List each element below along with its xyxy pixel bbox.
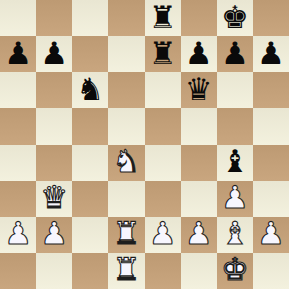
square-h7[interactable]: ♟	[253, 36, 289, 72]
square-f8[interactable]	[181, 0, 217, 36]
square-a8[interactable]	[0, 0, 36, 36]
square-c1[interactable]	[72, 253, 108, 289]
square-c6[interactable]: ♞	[72, 72, 108, 108]
chess-board: ♜♚♟♟♜♟♟♟♞♛♞♝♛♟♟♟♜♟♟♝♟♜♚	[0, 0, 289, 289]
black-rook-icon: ♜	[149, 2, 177, 33]
white-bishop-icon: ♝	[221, 218, 249, 249]
square-b3[interactable]: ♛	[36, 181, 72, 217]
square-g1[interactable]: ♚	[217, 253, 253, 289]
square-e1[interactable]	[145, 253, 181, 289]
square-c3[interactable]	[72, 181, 108, 217]
square-g2[interactable]: ♝	[217, 217, 253, 253]
square-a1[interactable]	[0, 253, 36, 289]
square-e3[interactable]	[145, 181, 181, 217]
square-f5[interactable]	[181, 108, 217, 144]
square-e6[interactable]	[145, 72, 181, 108]
square-f1[interactable]	[181, 253, 217, 289]
square-g4[interactable]: ♝	[217, 145, 253, 181]
square-b5[interactable]	[36, 108, 72, 144]
black-pawn-icon: ♟	[257, 38, 285, 69]
square-b8[interactable]	[36, 0, 72, 36]
square-d3[interactable]	[108, 181, 144, 217]
black-pawn-icon: ♟	[4, 38, 32, 69]
square-a5[interactable]	[0, 108, 36, 144]
square-b2[interactable]: ♟	[36, 217, 72, 253]
square-g8[interactable]: ♚	[217, 0, 253, 36]
white-rook-icon: ♜	[113, 254, 141, 285]
square-f4[interactable]	[181, 145, 217, 181]
square-f2[interactable]: ♟	[181, 217, 217, 253]
square-c2[interactable]	[72, 217, 108, 253]
black-pawn-icon: ♟	[221, 38, 249, 69]
square-f7[interactable]: ♟	[181, 36, 217, 72]
square-d8[interactable]	[108, 0, 144, 36]
white-pawn-icon: ♟	[4, 218, 32, 249]
square-h8[interactable]	[253, 0, 289, 36]
square-h3[interactable]	[253, 181, 289, 217]
square-g3[interactable]: ♟	[217, 181, 253, 217]
square-d5[interactable]	[108, 108, 144, 144]
square-e4[interactable]	[145, 145, 181, 181]
square-g7[interactable]: ♟	[217, 36, 253, 72]
square-a7[interactable]: ♟	[0, 36, 36, 72]
square-d7[interactable]	[108, 36, 144, 72]
square-e5[interactable]	[145, 108, 181, 144]
square-c5[interactable]	[72, 108, 108, 144]
square-e7[interactable]: ♜	[145, 36, 181, 72]
square-e8[interactable]: ♜	[145, 0, 181, 36]
black-knight-icon: ♞	[76, 74, 104, 105]
white-pawn-icon: ♟	[185, 218, 213, 249]
square-h1[interactable]	[253, 253, 289, 289]
square-g5[interactable]	[217, 108, 253, 144]
square-d2[interactable]: ♜	[108, 217, 144, 253]
square-a2[interactable]: ♟	[0, 217, 36, 253]
square-a3[interactable]	[0, 181, 36, 217]
white-rook-icon: ♜	[113, 218, 141, 249]
black-bishop-icon: ♝	[221, 146, 249, 177]
square-b4[interactable]	[36, 145, 72, 181]
square-d1[interactable]: ♜	[108, 253, 144, 289]
square-d4[interactable]: ♞	[108, 145, 144, 181]
square-c7[interactable]	[72, 36, 108, 72]
black-rook-icon: ♜	[149, 38, 177, 69]
square-c8[interactable]	[72, 0, 108, 36]
square-f6[interactable]: ♛	[181, 72, 217, 108]
square-c4[interactable]	[72, 145, 108, 181]
white-knight-icon: ♞	[113, 146, 141, 177]
white-king-icon: ♚	[221, 254, 249, 285]
white-pawn-icon: ♟	[221, 182, 249, 213]
square-h2[interactable]: ♟	[253, 217, 289, 253]
square-h6[interactable]	[253, 72, 289, 108]
square-g6[interactable]	[217, 72, 253, 108]
black-pawn-icon: ♟	[185, 38, 213, 69]
square-b1[interactable]	[36, 253, 72, 289]
black-queen-icon: ♛	[185, 74, 213, 105]
square-b6[interactable]	[36, 72, 72, 108]
square-d6[interactable]	[108, 72, 144, 108]
white-pawn-icon: ♟	[149, 218, 177, 249]
black-king-icon: ♚	[221, 2, 249, 33]
square-h4[interactable]	[253, 145, 289, 181]
square-f3[interactable]	[181, 181, 217, 217]
white-queen-icon: ♛	[40, 182, 68, 213]
square-a4[interactable]	[0, 145, 36, 181]
square-e2[interactable]: ♟	[145, 217, 181, 253]
square-h5[interactable]	[253, 108, 289, 144]
square-a6[interactable]	[0, 72, 36, 108]
square-b7[interactable]: ♟	[36, 36, 72, 72]
white-pawn-icon: ♟	[257, 218, 285, 249]
white-pawn-icon: ♟	[40, 218, 68, 249]
black-pawn-icon: ♟	[40, 38, 68, 69]
